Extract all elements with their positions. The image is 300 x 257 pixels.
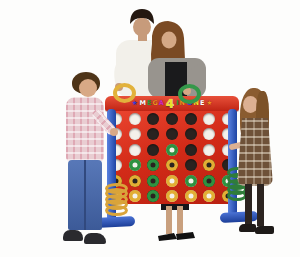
woman-leg — [166, 206, 172, 234]
empty-hole — [185, 144, 197, 156]
green-disc — [147, 175, 159, 187]
cell-r4c3[interactable] — [144, 158, 163, 174]
empty-hole — [185, 113, 197, 125]
empty-hole — [147, 144, 159, 156]
held-green-disc — [178, 84, 201, 104]
green-disc — [185, 175, 197, 187]
empty-hole — [129, 144, 141, 156]
cell-r4c4[interactable] — [163, 158, 182, 174]
held-yellow-disc — [113, 83, 136, 103]
yellow-disc — [203, 159, 215, 171]
boy-face — [79, 79, 97, 97]
cell-r6c6[interactable] — [200, 189, 219, 205]
green-disc — [203, 175, 215, 187]
woman-leg — [177, 206, 183, 234]
green-disc — [166, 144, 178, 156]
cell-r5c6[interactable] — [200, 173, 219, 189]
girl-shoe — [239, 224, 256, 232]
empty-hole — [129, 128, 141, 140]
cell-r4c2[interactable] — [126, 158, 145, 174]
woman-shoe — [158, 233, 177, 241]
cell-r6c2[interactable] — [126, 189, 145, 205]
cell-r1c4[interactable] — [163, 111, 182, 127]
yellow-disc — [166, 175, 178, 187]
banner-letter: I — [176, 100, 178, 107]
cell-r5c3[interactable] — [144, 173, 163, 189]
cell-r5c4[interactable] — [163, 173, 182, 189]
boy-hand — [110, 128, 118, 136]
empty-hole — [203, 128, 215, 140]
yellow-disc — [129, 175, 141, 187]
banner-letter: A — [159, 100, 164, 107]
cell-r6c4[interactable] — [163, 189, 182, 205]
boy-shoe — [63, 230, 83, 241]
cell-r5c2[interactable] — [126, 173, 145, 189]
cell-r4c5[interactable] — [181, 158, 200, 174]
cell-r1c6[interactable] — [200, 111, 219, 127]
empty-hole — [185, 159, 197, 171]
yellow-disc — [185, 190, 197, 202]
boy-jeans — [68, 160, 102, 230]
banner-letter: G — [152, 100, 157, 107]
cell-r3c5[interactable] — [181, 142, 200, 158]
yellow-disc — [166, 159, 178, 171]
boy-shoe — [84, 233, 106, 244]
girl-leg — [245, 184, 252, 226]
empty-hole — [147, 128, 159, 140]
boy-figure — [58, 70, 110, 250]
cell-r2c3[interactable] — [144, 127, 163, 143]
cell-r1c2[interactable] — [126, 111, 145, 127]
banner-letter: ★ — [206, 100, 212, 107]
yellow-disc — [166, 190, 178, 202]
yellow-disc — [129, 190, 141, 202]
cell-r2c2[interactable] — [126, 127, 145, 143]
empty-hole — [166, 113, 178, 125]
cell-r1c3[interactable] — [144, 111, 163, 127]
boy-shirt — [66, 97, 104, 161]
cell-r2c6[interactable] — [200, 127, 219, 143]
cell-r6c3[interactable] — [144, 189, 163, 205]
girl-shoe — [255, 226, 274, 234]
cell-r3c4[interactable] — [163, 142, 182, 158]
green-disc — [147, 190, 159, 202]
banner-letter: 4 — [166, 98, 174, 110]
cell-r2c5[interactable] — [181, 127, 200, 143]
banner-letter: E — [147, 100, 151, 107]
cell-r6c5[interactable] — [181, 189, 200, 205]
empty-hole — [147, 113, 159, 125]
woman-face — [162, 32, 177, 49]
green-disc — [147, 159, 159, 171]
girl-figure — [232, 88, 282, 244]
cell-r3c6[interactable] — [200, 142, 219, 158]
girl-leg — [257, 184, 264, 226]
empty-hole — [166, 128, 178, 140]
product-photo-scene: ★ MEGA 4 IN ONE ★ — [0, 0, 300, 257]
banner-letter: E — [200, 100, 204, 107]
cell-r3c2[interactable] — [126, 142, 145, 158]
girl-dress — [237, 118, 273, 186]
cell-r3c3[interactable] — [144, 142, 163, 158]
cell-r5c5[interactable] — [181, 173, 200, 189]
yellow-disc — [203, 190, 215, 202]
cell-r4c6[interactable] — [200, 158, 219, 174]
empty-hole — [129, 113, 141, 125]
empty-hole — [203, 144, 215, 156]
banner-letter: ★ — [132, 100, 138, 107]
green-disc — [129, 159, 141, 171]
empty-hole — [203, 113, 215, 125]
man-face — [133, 18, 151, 37]
banner-letter: M — [140, 100, 146, 107]
cell-r1c5[interactable] — [181, 111, 200, 127]
cell-r2c4[interactable] — [163, 127, 182, 143]
empty-hole — [185, 128, 197, 140]
